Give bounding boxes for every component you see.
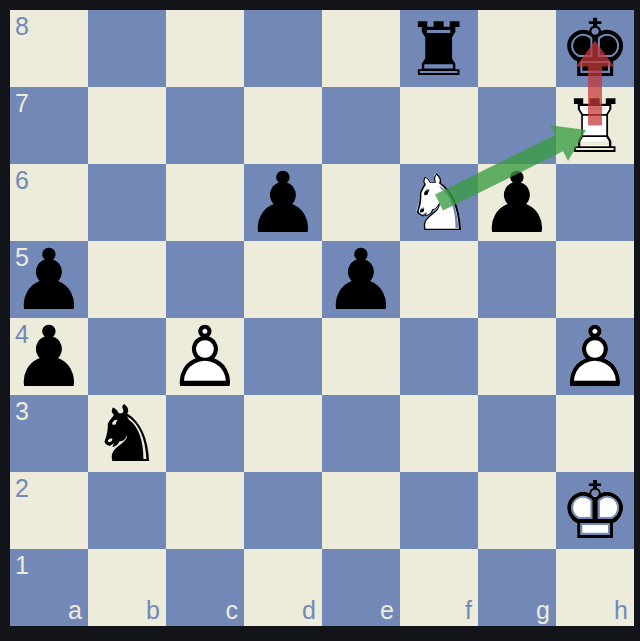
file-label-d: d — [302, 598, 316, 623]
file-label-g: g — [536, 598, 550, 623]
square-g1[interactable]: g — [478, 549, 556, 626]
square-b2[interactable] — [88, 472, 166, 549]
piece-black-rook[interactable]: ♜ — [400, 10, 478, 87]
square-d5[interactable] — [244, 241, 322, 318]
square-h4[interactable]: ♟♙ — [556, 318, 634, 395]
file-label-f: f — [465, 598, 472, 623]
rank-label-2: 2 — [15, 476, 29, 501]
piece-black-pawn[interactable]: ♟ — [478, 164, 556, 241]
square-e1[interactable]: e — [322, 549, 400, 626]
square-a4[interactable]: 4♟ — [10, 318, 88, 395]
black-rook-glyph: ♜ — [400, 10, 478, 87]
square-g3[interactable] — [478, 395, 556, 472]
square-h8[interactable]: ♚ — [556, 10, 634, 87]
square-a7[interactable]: 7 — [10, 87, 88, 164]
square-b3[interactable]: ♞ — [88, 395, 166, 472]
square-h2[interactable]: ♚♔ — [556, 472, 634, 549]
white-knight-outline: ♘ — [400, 164, 478, 241]
white-pawn-outline: ♙ — [166, 318, 244, 395]
square-h6[interactable] — [556, 164, 634, 241]
square-e8[interactable] — [322, 10, 400, 87]
square-d1[interactable]: d — [244, 549, 322, 626]
piece-black-knight[interactable]: ♞ — [88, 395, 166, 472]
square-a3[interactable]: 3 — [10, 395, 88, 472]
piece-black-pawn[interactable]: ♟ — [322, 241, 400, 318]
square-h5[interactable] — [556, 241, 634, 318]
piece-white-pawn[interactable]: ♟♙ — [166, 318, 244, 395]
square-g8[interactable] — [478, 10, 556, 87]
file-label-b: b — [146, 598, 160, 623]
white-pawn-outline: ♙ — [556, 318, 634, 395]
square-e7[interactable] — [322, 87, 400, 164]
square-e6[interactable] — [322, 164, 400, 241]
square-f2[interactable] — [400, 472, 478, 549]
file-label-h: h — [614, 598, 628, 623]
square-d3[interactable] — [244, 395, 322, 472]
square-b1[interactable]: b — [88, 549, 166, 626]
chess-board: 8♜♚7♜♖6♟♞♘♟5♟♟4♟♟♙♟♙3♞2♚♔1abcdefgh — [10, 10, 634, 626]
chess-app-window: 8♜♚7♜♖6♟♞♘♟5♟♟4♟♟♙♟♙3♞2♚♔1abcdefgh — [0, 0, 640, 641]
square-c6[interactable] — [166, 164, 244, 241]
square-a2[interactable]: 2 — [10, 472, 88, 549]
black-pawn-glyph: ♟ — [10, 318, 88, 395]
square-d7[interactable] — [244, 87, 322, 164]
square-c4[interactable]: ♟♙ — [166, 318, 244, 395]
rank-label-6: 6 — [15, 168, 29, 193]
black-pawn-glyph: ♟ — [10, 241, 88, 318]
file-label-a: a — [68, 598, 82, 623]
square-d2[interactable] — [244, 472, 322, 549]
piece-black-pawn[interactable]: ♟ — [10, 318, 88, 395]
piece-white-pawn[interactable]: ♟♙ — [556, 318, 634, 395]
square-c2[interactable] — [166, 472, 244, 549]
white-king-outline: ♔ — [556, 472, 634, 549]
square-c7[interactable] — [166, 87, 244, 164]
square-b5[interactable] — [88, 241, 166, 318]
square-g7[interactable] — [478, 87, 556, 164]
square-b4[interactable] — [88, 318, 166, 395]
square-f5[interactable] — [400, 241, 478, 318]
piece-white-knight[interactable]: ♞♘ — [400, 164, 478, 241]
square-b6[interactable] — [88, 164, 166, 241]
black-pawn-glyph: ♟ — [478, 164, 556, 241]
piece-black-pawn[interactable]: ♟ — [10, 241, 88, 318]
square-a8[interactable]: 8 — [10, 10, 88, 87]
square-a6[interactable]: 6 — [10, 164, 88, 241]
piece-black-pawn[interactable]: ♟ — [244, 164, 322, 241]
file-label-c: c — [226, 598, 239, 623]
square-h1[interactable]: h — [556, 549, 634, 626]
piece-white-king[interactable]: ♚♔ — [556, 472, 634, 549]
square-d8[interactable] — [244, 10, 322, 87]
square-f7[interactable] — [400, 87, 478, 164]
square-e3[interactable] — [322, 395, 400, 472]
black-pawn-glyph: ♟ — [244, 164, 322, 241]
square-d4[interactable] — [244, 318, 322, 395]
rank-label-7: 7 — [15, 91, 29, 116]
square-c1[interactable]: c — [166, 549, 244, 626]
square-f3[interactable] — [400, 395, 478, 472]
square-b8[interactable] — [88, 10, 166, 87]
white-rook-outline: ♖ — [556, 87, 634, 164]
rank-label-3: 3 — [15, 399, 29, 424]
piece-black-king[interactable]: ♚ — [556, 10, 634, 87]
black-pawn-glyph: ♟ — [322, 241, 400, 318]
square-f1[interactable]: f — [400, 549, 478, 626]
square-c3[interactable] — [166, 395, 244, 472]
square-f8[interactable]: ♜ — [400, 10, 478, 87]
square-c8[interactable] — [166, 10, 244, 87]
square-e2[interactable] — [322, 472, 400, 549]
square-g5[interactable] — [478, 241, 556, 318]
square-h3[interactable] — [556, 395, 634, 472]
black-king-glyph: ♚ — [556, 10, 634, 87]
square-g6[interactable]: ♟ — [478, 164, 556, 241]
square-d6[interactable]: ♟ — [244, 164, 322, 241]
square-a5[interactable]: 5♟ — [10, 241, 88, 318]
file-label-e: e — [380, 598, 394, 623]
square-g4[interactable] — [478, 318, 556, 395]
square-f6[interactable]: ♞♘ — [400, 164, 478, 241]
square-f4[interactable] — [400, 318, 478, 395]
piece-white-rook[interactable]: ♜♖ — [556, 87, 634, 164]
square-b7[interactable] — [88, 87, 166, 164]
square-h7[interactable]: ♜♖ — [556, 87, 634, 164]
square-e4[interactable] — [322, 318, 400, 395]
rank-label-1: 1 — [15, 553, 29, 578]
square-e5[interactable]: ♟ — [322, 241, 400, 318]
square-c5[interactable] — [166, 241, 244, 318]
square-g2[interactable] — [478, 472, 556, 549]
rank-label-8: 8 — [15, 14, 29, 39]
square-a1[interactable]: 1a — [10, 549, 88, 626]
black-knight-glyph: ♞ — [88, 395, 166, 472]
